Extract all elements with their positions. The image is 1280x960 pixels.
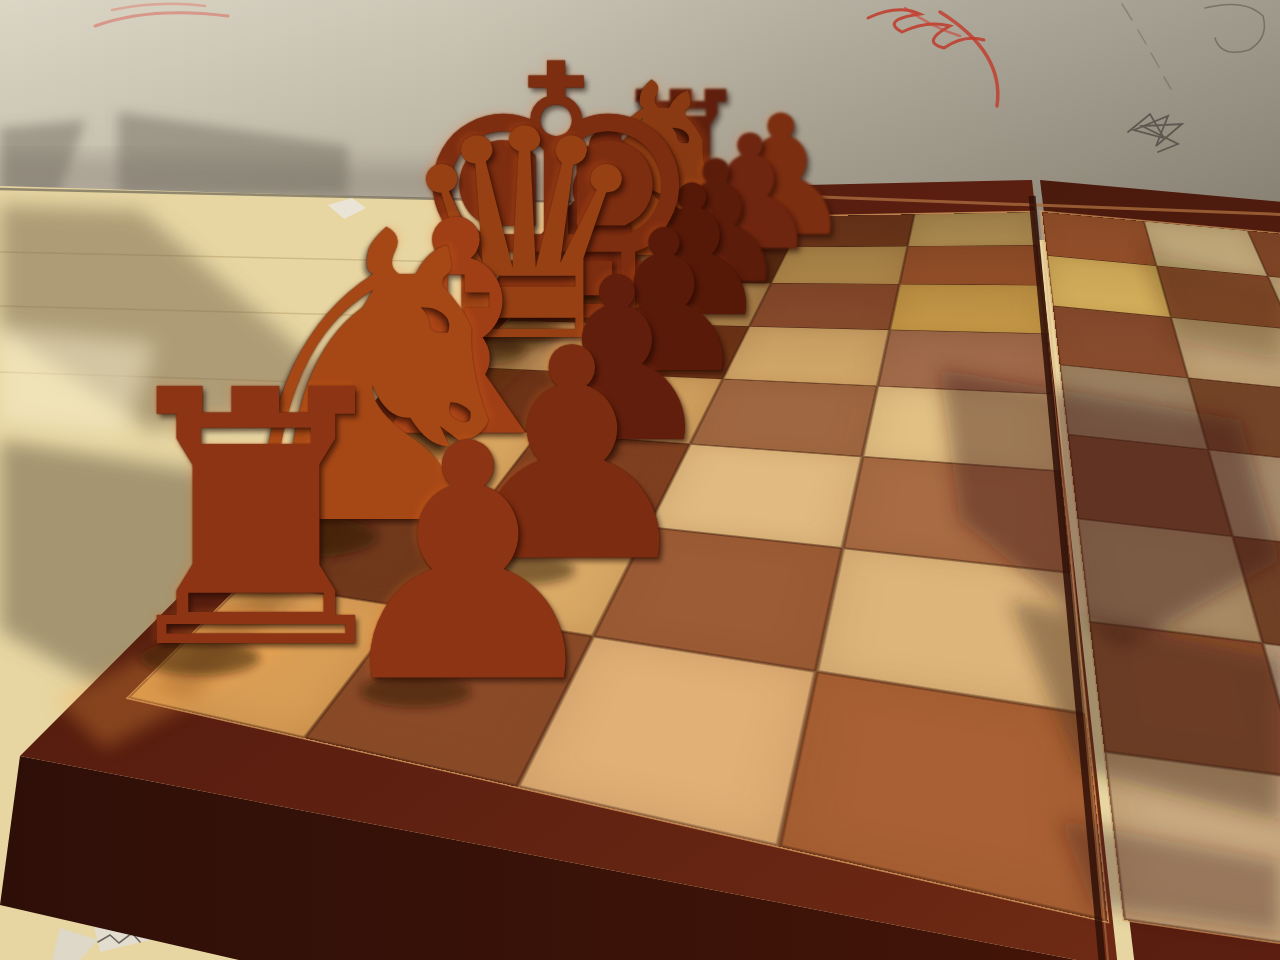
square-a5 [1104,752,1280,953]
square-e3 [723,326,890,386]
square-h4 [908,212,1038,246]
scrap-scribble-2 [98,933,140,943]
chess-photo-scene: ♜♞♝♛♚♝♞♜♟♟♟♟♟♟♟♟ [0,0,1280,960]
scrap-scribble-1 [70,905,116,920]
square-g3 [771,246,908,284]
paper-scrap-bottom-3 [52,928,98,960]
square-h3 [789,214,914,247]
paper-scrap-bottom-1 [58,893,112,922]
paper-scrap-bottom-2 [92,912,150,952]
paper-scribbles [70,905,140,943]
square-f4 [890,284,1047,334]
board-grid-left-leaf-ranks-1-4 [128,212,1108,922]
square-g4 [899,245,1041,285]
square-e4 [878,330,1053,394]
square-f3 [749,283,899,330]
square-a4 [779,671,1108,921]
square-d3 [690,379,878,457]
table-sunlit-patch [0,330,152,432]
wall [0,0,1280,240]
